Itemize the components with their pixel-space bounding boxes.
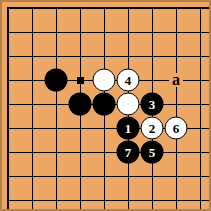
white-stone	[93, 69, 116, 92]
go-board-diagram: a4312675	[0, 0, 211, 211]
grid-line-vertical	[176, 7, 177, 211]
move-number-label: 7	[125, 146, 132, 159]
grid-line-horizontal	[7, 152, 211, 153]
move-number-label: 3	[149, 98, 156, 111]
move-number-label: 6	[173, 122, 180, 135]
grid-line-vertical	[56, 7, 57, 211]
black-stone	[45, 69, 68, 92]
white-stone-move-4: 4	[117, 69, 140, 92]
black-stone-move-1: 1	[117, 117, 140, 140]
move-number-label: 2	[149, 122, 156, 135]
move-number-label: 1	[125, 122, 132, 135]
black-stone-move-5: 5	[141, 141, 164, 164]
point-label-a: a	[169, 73, 183, 87]
grid-line-vertical	[32, 7, 33, 211]
move-number-label: 5	[149, 146, 156, 159]
black-stone	[93, 93, 116, 116]
black-stone-move-3: 3	[141, 93, 164, 116]
move-number-label: 4	[125, 74, 132, 87]
grid-line-vertical	[7, 7, 9, 211]
hoshi-star-point-marker	[77, 77, 84, 84]
grid-line-horizontal	[7, 200, 211, 201]
grid-line-horizontal	[7, 32, 211, 33]
white-stone-move-6: 6	[165, 117, 188, 140]
grid-line-vertical	[200, 7, 201, 211]
black-stone-move-7: 7	[117, 141, 140, 164]
grid-line-horizontal	[7, 176, 211, 177]
grid-line-horizontal	[7, 7, 211, 9]
grid-line-horizontal	[7, 56, 211, 57]
black-stone	[69, 93, 92, 116]
white-stone	[117, 93, 140, 116]
white-stone-move-2: 2	[141, 117, 164, 140]
